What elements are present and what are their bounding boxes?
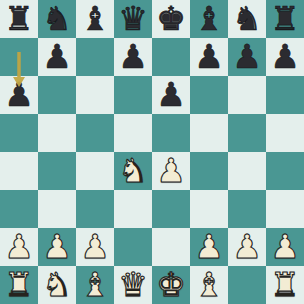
square-f1[interactable]: ♝ (190, 266, 228, 304)
square-b3[interactable] (38, 190, 76, 228)
square-c7[interactable] (76, 38, 114, 76)
piece-black-knight-g8[interactable]: ♞ (232, 0, 262, 38)
piece-black-rook-h8[interactable]: ♜ (270, 0, 300, 38)
piece-white-king-e1[interactable]: ♚ (156, 266, 186, 304)
square-b6[interactable] (38, 76, 76, 114)
square-c6[interactable] (76, 76, 114, 114)
piece-white-bishop-c1[interactable]: ♝ (80, 266, 110, 304)
square-h4[interactable] (266, 152, 304, 190)
piece-black-queen-d8[interactable]: ♛ (118, 0, 148, 38)
piece-white-rook-h1[interactable]: ♜ (270, 266, 300, 304)
square-h5[interactable] (266, 114, 304, 152)
square-d5[interactable] (114, 114, 152, 152)
square-a2[interactable]: ♟ (0, 228, 38, 266)
square-c4[interactable] (76, 152, 114, 190)
piece-black-pawn-a6[interactable]: ♟ (4, 76, 34, 114)
square-e1[interactable]: ♚ (152, 266, 190, 304)
square-d3[interactable] (114, 190, 152, 228)
square-h6[interactable] (266, 76, 304, 114)
square-f4[interactable] (190, 152, 228, 190)
square-a6[interactable]: ♟ (0, 76, 38, 114)
piece-white-pawn-a2[interactable]: ♟ (4, 228, 34, 266)
square-b5[interactable] (38, 114, 76, 152)
square-d6[interactable] (114, 76, 152, 114)
chess-board: ♜♞♝♛♚♝♞♜♟♟♟♟♟♟♟♞♟♟♟♟♟♟♟♜♞♝♛♚♝♜ (0, 0, 304, 304)
square-f6[interactable] (190, 76, 228, 114)
square-a8[interactable]: ♜ (0, 0, 38, 38)
piece-black-pawn-f7[interactable]: ♟ (194, 38, 224, 76)
piece-black-pawn-d7[interactable]: ♟ (118, 38, 148, 76)
square-g8[interactable]: ♞ (228, 0, 266, 38)
piece-white-queen-d1[interactable]: ♛ (118, 266, 148, 304)
square-h1[interactable]: ♜ (266, 266, 304, 304)
square-f8[interactable]: ♝ (190, 0, 228, 38)
piece-white-pawn-e4[interactable]: ♟ (156, 152, 186, 190)
square-a4[interactable] (0, 152, 38, 190)
square-h8[interactable]: ♜ (266, 0, 304, 38)
square-f7[interactable]: ♟ (190, 38, 228, 76)
square-e7[interactable] (152, 38, 190, 76)
square-g4[interactable] (228, 152, 266, 190)
square-h3[interactable] (266, 190, 304, 228)
square-f2[interactable]: ♟ (190, 228, 228, 266)
piece-white-pawn-c2[interactable]: ♟ (80, 228, 110, 266)
piece-white-knight-b1[interactable]: ♞ (42, 266, 72, 304)
piece-black-rook-a8[interactable]: ♜ (4, 0, 34, 38)
square-c5[interactable] (76, 114, 114, 152)
piece-white-pawn-f2[interactable]: ♟ (194, 228, 224, 266)
piece-white-pawn-b2[interactable]: ♟ (42, 228, 72, 266)
square-c3[interactable] (76, 190, 114, 228)
square-c2[interactable]: ♟ (76, 228, 114, 266)
square-g2[interactable]: ♟ (228, 228, 266, 266)
piece-white-pawn-h2[interactable]: ♟ (270, 228, 300, 266)
piece-white-pawn-g2[interactable]: ♟ (232, 228, 262, 266)
square-g5[interactable] (228, 114, 266, 152)
piece-black-pawn-h7[interactable]: ♟ (270, 38, 300, 76)
square-g1[interactable] (228, 266, 266, 304)
piece-white-rook-a1[interactable]: ♜ (4, 266, 34, 304)
square-a1[interactable]: ♜ (0, 266, 38, 304)
square-c8[interactable]: ♝ (76, 0, 114, 38)
piece-black-pawn-g7[interactable]: ♟ (232, 38, 262, 76)
square-b2[interactable]: ♟ (38, 228, 76, 266)
square-e5[interactable] (152, 114, 190, 152)
square-c1[interactable]: ♝ (76, 266, 114, 304)
piece-black-bishop-c8[interactable]: ♝ (80, 0, 110, 38)
square-g3[interactable] (228, 190, 266, 228)
square-d7[interactable]: ♟ (114, 38, 152, 76)
square-h7[interactable]: ♟ (266, 38, 304, 76)
square-g6[interactable] (228, 76, 266, 114)
square-d1[interactable]: ♛ (114, 266, 152, 304)
square-a5[interactable] (0, 114, 38, 152)
square-b1[interactable]: ♞ (38, 266, 76, 304)
piece-black-king-e8[interactable]: ♚ (156, 0, 186, 38)
piece-white-knight-d4[interactable]: ♞ (118, 152, 148, 190)
square-g7[interactable]: ♟ (228, 38, 266, 76)
square-b8[interactable]: ♞ (38, 0, 76, 38)
square-b7[interactable]: ♟ (38, 38, 76, 76)
square-e2[interactable] (152, 228, 190, 266)
piece-white-bishop-f1[interactable]: ♝ (194, 266, 224, 304)
square-h2[interactable]: ♟ (266, 228, 304, 266)
square-e8[interactable]: ♚ (152, 0, 190, 38)
square-d2[interactable] (114, 228, 152, 266)
chess-board-container: ♜♞♝♛♚♝♞♜♟♟♟♟♟♟♟♞♟♟♟♟♟♟♟♜♞♝♛♚♝♜ (0, 0, 304, 304)
piece-black-bishop-f8[interactable]: ♝ (194, 0, 224, 38)
square-d8[interactable]: ♛ (114, 0, 152, 38)
square-f5[interactable] (190, 114, 228, 152)
square-d4[interactable]: ♞ (114, 152, 152, 190)
square-e4[interactable]: ♟ (152, 152, 190, 190)
piece-black-knight-b8[interactable]: ♞ (42, 0, 72, 38)
square-a3[interactable] (0, 190, 38, 228)
square-e3[interactable] (152, 190, 190, 228)
square-f3[interactable] (190, 190, 228, 228)
square-b4[interactable] (38, 152, 76, 190)
square-e6[interactable]: ♟ (152, 76, 190, 114)
piece-black-pawn-e6[interactable]: ♟ (156, 76, 186, 114)
square-a7[interactable] (0, 38, 38, 76)
piece-black-pawn-b7[interactable]: ♟ (42, 38, 72, 76)
